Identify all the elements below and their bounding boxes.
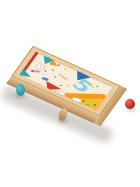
peg-dot [59, 84, 62, 86]
white-fish-piece [57, 90, 67, 96]
peg-dot [96, 85, 99, 87]
peg-dot [64, 68, 67, 70]
pink-pencil-piece [31, 70, 40, 72]
peg-dot [52, 69, 55, 71]
teal-foot [16, 84, 25, 96]
blue-fish-piece [41, 77, 48, 81]
peg-dot [44, 70, 47, 72]
plunger-knob [125, 99, 135, 109]
brand-mark: Janod [58, 73, 68, 80]
peg-dot [54, 76, 57, 78]
product-photo: 5 Janod [0, 0, 140, 187]
